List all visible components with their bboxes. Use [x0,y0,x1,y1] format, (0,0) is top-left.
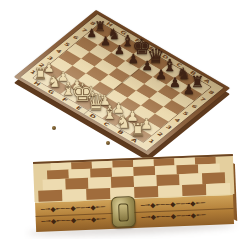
piece-black-pawn: ♟ [128,52,139,65]
piece-black-pawn: ♟ [100,36,111,48]
pieces-layer: ♜♟♞♟♝♟♚♟♛♟♝♟♟♞♜♟♟♜♞♟♟♝♟♚♟♛♟♝♟♞♟♜ [0,0,240,239]
piece-black-pawn: ♟ [155,68,167,81]
piece-black-pawn: ♟ [141,60,152,73]
piece-white-rook: ♜ [34,67,48,82]
piece-black-pawn: ♟ [183,83,195,97]
piece-black-pawn: ♟ [169,76,181,89]
piece-black-pawn: ♟ [114,44,125,56]
piece-black-pawn: ♟ [86,29,96,41]
product-photo[interactable]: HHGGFFEEDDCCBBAA8877665544332211 ♜♟♞♟♝♟♚… [0,0,240,239]
piece-white-rook: ♜ [130,121,146,139]
